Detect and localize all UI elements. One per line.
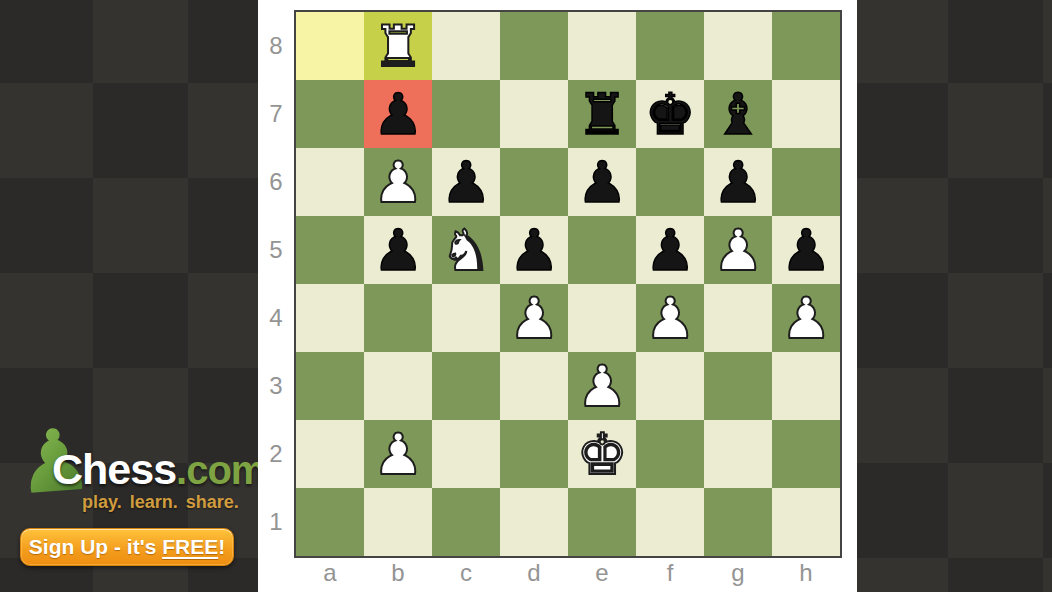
square-g2[interactable] xyxy=(704,420,772,488)
square-h3[interactable] xyxy=(772,352,840,420)
square-d4[interactable]: ♟ xyxy=(500,284,568,352)
square-d2[interactable] xyxy=(500,420,568,488)
square-e1[interactable] xyxy=(568,488,636,556)
square-b7[interactable]: ♟ xyxy=(364,80,432,148)
square-c2[interactable] xyxy=(432,420,500,488)
square-e5[interactable] xyxy=(568,216,636,284)
square-d3[interactable] xyxy=(500,352,568,420)
sign-up-button[interactable]: Sign Up - it's FREE! xyxy=(20,528,234,566)
square-b3[interactable] xyxy=(364,352,432,420)
square-b4[interactable] xyxy=(364,284,432,352)
logo-tagline: play. learn. share. xyxy=(82,492,239,513)
sign-up-free-text: FREE xyxy=(162,535,218,559)
black-pawn[interactable]: ♟ xyxy=(364,80,432,148)
chess-board: ♜♟♜♚♝♟♟♟♟♟♞♟♟♟♟♟♟♟♟♟♚ xyxy=(294,10,842,558)
white-rook[interactable]: ♜ xyxy=(364,12,432,80)
logo-brand-text: Chess xyxy=(52,445,176,493)
file-label-d: d xyxy=(500,556,568,590)
file-label-f: f xyxy=(636,556,704,590)
rank-label-8: 8 xyxy=(258,12,294,80)
white-knight[interactable]: ♞ xyxy=(432,216,500,284)
square-e3[interactable]: ♟ xyxy=(568,352,636,420)
square-e7[interactable]: ♜ xyxy=(568,80,636,148)
black-pawn[interactable]: ♟ xyxy=(364,216,432,284)
white-pawn[interactable]: ♟ xyxy=(772,284,840,352)
rank-label-3: 3 xyxy=(258,352,294,420)
square-c1[interactable] xyxy=(432,488,500,556)
square-h8[interactable] xyxy=(772,12,840,80)
square-d1[interactable] xyxy=(500,488,568,556)
square-h1[interactable] xyxy=(772,488,840,556)
black-rook[interactable]: ♜ xyxy=(568,80,636,148)
black-pawn[interactable]: ♟ xyxy=(432,148,500,216)
square-a4[interactable] xyxy=(296,284,364,352)
square-c5[interactable]: ♞ xyxy=(432,216,500,284)
sign-up-suffix: ! xyxy=(218,535,225,559)
app-background: { "game": "chess", "position": { "fen": … xyxy=(0,0,1052,592)
rank-label-1: 1 xyxy=(258,488,294,556)
square-h7[interactable] xyxy=(772,80,840,148)
square-g6[interactable]: ♟ xyxy=(704,148,772,216)
square-f4[interactable]: ♟ xyxy=(636,284,704,352)
square-f6[interactable] xyxy=(636,148,704,216)
square-c6[interactable]: ♟ xyxy=(432,148,500,216)
square-f7[interactable]: ♚ xyxy=(636,80,704,148)
square-h6[interactable] xyxy=(772,148,840,216)
square-a7[interactable] xyxy=(296,80,364,148)
square-f3[interactable] xyxy=(636,352,704,420)
square-a8[interactable] xyxy=(296,12,364,80)
square-a5[interactable] xyxy=(296,216,364,284)
square-g3[interactable] xyxy=(704,352,772,420)
square-b6[interactable]: ♟ xyxy=(364,148,432,216)
square-a3[interactable] xyxy=(296,352,364,420)
square-h4[interactable]: ♟ xyxy=(772,284,840,352)
white-pawn[interactable]: ♟ xyxy=(636,284,704,352)
white-pawn[interactable]: ♟ xyxy=(568,352,636,420)
square-f5[interactable]: ♟ xyxy=(636,216,704,284)
black-pawn[interactable]: ♟ xyxy=(636,216,704,284)
square-e8[interactable] xyxy=(568,12,636,80)
square-d7[interactable] xyxy=(500,80,568,148)
square-f8[interactable] xyxy=(636,12,704,80)
white-pawn[interactable]: ♟ xyxy=(364,420,432,488)
logo-tld-text: .com xyxy=(176,448,265,492)
rank-labels: 87654321 xyxy=(258,12,294,556)
black-pawn[interactable]: ♟ xyxy=(704,148,772,216)
square-g8[interactable] xyxy=(704,12,772,80)
square-c7[interactable] xyxy=(432,80,500,148)
black-bishop[interactable]: ♝ xyxy=(704,80,772,148)
square-e4[interactable] xyxy=(568,284,636,352)
sign-up-button-text: Sign Up - it's xyxy=(29,535,162,559)
square-c3[interactable] xyxy=(432,352,500,420)
logo-wordmark: Chess.com xyxy=(52,445,265,494)
square-a6[interactable] xyxy=(296,148,364,216)
white-king[interactable]: ♚ xyxy=(568,420,636,488)
square-c8[interactable] xyxy=(432,12,500,80)
square-d8[interactable] xyxy=(500,12,568,80)
square-a2[interactable] xyxy=(296,420,364,488)
black-pawn[interactable]: ♟ xyxy=(500,216,568,284)
square-h5[interactable]: ♟ xyxy=(772,216,840,284)
square-c4[interactable] xyxy=(432,284,500,352)
rank-label-4: 4 xyxy=(258,284,294,352)
square-h2[interactable] xyxy=(772,420,840,488)
square-d5[interactable]: ♟ xyxy=(500,216,568,284)
rank-label-2: 2 xyxy=(258,420,294,488)
white-pawn[interactable]: ♟ xyxy=(704,216,772,284)
square-e2[interactable]: ♚ xyxy=(568,420,636,488)
chesscom-logo[interactable]: ♟ Chess.com play. learn. share. xyxy=(14,412,244,517)
square-g7[interactable]: ♝ xyxy=(704,80,772,148)
rank-label-7: 7 xyxy=(258,80,294,148)
board-panel: 87654321 ♜♟♜♚♝♟♟♟♟♟♞♟♟♟♟♟♟♟♟♟♚ abcdefgh xyxy=(258,0,857,592)
square-b8[interactable]: ♜ xyxy=(364,12,432,80)
square-g1[interactable] xyxy=(704,488,772,556)
square-b1[interactable] xyxy=(364,488,432,556)
file-label-a: a xyxy=(296,556,364,590)
file-label-b: b xyxy=(364,556,432,590)
square-g5[interactable]: ♟ xyxy=(704,216,772,284)
black-pawn[interactable]: ♟ xyxy=(772,216,840,284)
rank-label-6: 6 xyxy=(258,148,294,216)
square-a1[interactable] xyxy=(296,488,364,556)
rank-label-5: 5 xyxy=(258,216,294,284)
square-b2[interactable]: ♟ xyxy=(364,420,432,488)
square-e6[interactable]: ♟ xyxy=(568,148,636,216)
black-king[interactable]: ♚ xyxy=(636,80,704,148)
square-f1[interactable] xyxy=(636,488,704,556)
square-b5[interactable]: ♟ xyxy=(364,216,432,284)
file-label-h: h xyxy=(772,556,840,590)
square-d6[interactable] xyxy=(500,148,568,216)
square-f2[interactable] xyxy=(636,420,704,488)
file-label-g: g xyxy=(704,556,772,590)
black-pawn[interactable]: ♟ xyxy=(568,148,636,216)
white-pawn[interactable]: ♟ xyxy=(500,284,568,352)
file-labels: abcdefgh xyxy=(296,556,840,590)
square-g4[interactable] xyxy=(704,284,772,352)
file-label-e: e xyxy=(568,556,636,590)
white-pawn[interactable]: ♟ xyxy=(364,148,432,216)
file-label-c: c xyxy=(432,556,500,590)
